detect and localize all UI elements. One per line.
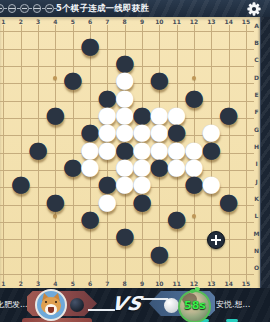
col-label-bottom-8: 8 (118, 280, 132, 287)
move-cursor-icon (207, 231, 225, 249)
col-label-top-5: 5 (66, 18, 80, 25)
col-label-top-9: 9 (135, 18, 149, 25)
black-stone-L11: ● (166, 207, 188, 229)
col-label-bottom-5: 5 (66, 280, 80, 287)
star-point (53, 214, 57, 218)
col-label-bottom-14: 14 (222, 280, 236, 287)
shiba-eye-icon (55, 301, 57, 303)
grid-line-horizontal (0, 257, 254, 258)
black-stone-chip (70, 298, 84, 312)
vs-right-line (141, 298, 168, 300)
col-label-bottom-9: 9 (135, 280, 149, 287)
black-stone-J2: ● (10, 172, 32, 194)
settings-gear-icon[interactable] (247, 2, 261, 16)
black-stone-B6: ● (79, 34, 101, 56)
col-label-top-7: 7 (100, 18, 114, 25)
col-label-top-13: 13 (204, 18, 218, 25)
star-point (53, 76, 57, 80)
counter-dash (4, 8, 7, 10)
grid-line-horizontal (0, 31, 254, 32)
black-stone-D10: ● (148, 68, 170, 90)
black-stone-H3: ● (27, 138, 49, 160)
counter-circle (33, 4, 42, 13)
players-bar: 化肥发... VS 58s 安悦.想... (0, 288, 270, 322)
turn-timer: 58s (180, 299, 210, 312)
left-player-avatar (35, 289, 67, 321)
header-bar: 5个棋子连成一线即获胜 (0, 0, 270, 17)
counter-dash (29, 8, 32, 10)
black-stone-K14: ● (218, 190, 240, 212)
move-counter-indicator (0, 4, 58, 13)
right-player-name: 安悦.想... (216, 299, 269, 310)
sprout-icon (190, 286, 199, 294)
col-label-top-10: 10 (152, 18, 166, 25)
counter-circle (45, 4, 54, 13)
col-label-bottom-15: 15 (239, 280, 253, 287)
black-stone-D5: ● (62, 68, 84, 90)
col-label-bottom-2: 2 (14, 280, 28, 287)
grid-line-horizontal (0, 205, 254, 206)
gomoku-app: 5个棋子连成一线即获胜 1122334455667788991010111112… (0, 0, 270, 322)
col-label-bottom-1: 1 (0, 280, 10, 287)
col-label-top-3: 3 (31, 18, 45, 25)
star-point (192, 76, 196, 80)
black-stone-L6: ● (79, 207, 101, 229)
counter-circle (20, 4, 29, 13)
left-player-name: 化肥发... (0, 299, 29, 310)
col-label-bottom-13: 13 (204, 280, 218, 287)
col-label-top-4: 4 (48, 18, 62, 25)
col-label-top-12: 12 (187, 18, 201, 25)
col-label-top-2: 2 (14, 18, 28, 25)
vs-label: VS (110, 292, 145, 314)
col-label-top-14: 14 (222, 18, 236, 25)
col-label-top-1: 1 (0, 18, 10, 25)
star-point (192, 214, 196, 218)
counter-circle (8, 4, 17, 13)
shiba-mouth-icon (48, 307, 54, 313)
counter-circle (0, 4, 4, 13)
grid-line-horizontal (0, 274, 254, 275)
col-label-top-8: 8 (118, 18, 132, 25)
gomoku-board[interactable]: 1122334455667788991010111112121313141415… (0, 17, 270, 288)
col-label-bottom-11: 11 (170, 280, 184, 287)
col-label-top-6: 6 (83, 18, 97, 25)
rule-text: 5个棋子连成一线即获胜 (56, 0, 149, 17)
col-label-bottom-4: 4 (48, 280, 62, 287)
col-label-bottom-3: 3 (31, 280, 45, 287)
col-label-bottom-6: 6 (83, 280, 97, 287)
black-stone-K4: ● (44, 190, 66, 212)
board-right-edge-band (260, 17, 270, 288)
white-stone-chip (164, 298, 179, 313)
black-stone-K9: ● (131, 190, 153, 212)
black-stone-N10: ● (148, 242, 170, 264)
shiba-eye-icon (45, 301, 47, 303)
board-grid-layer: 1122334455667788991010111112121313141415… (0, 17, 270, 288)
black-stone-M8: ● (114, 224, 136, 246)
col-label-top-11: 11 (170, 18, 184, 25)
col-label-bottom-7: 7 (100, 280, 114, 287)
col-label-bottom-10: 10 (152, 280, 166, 287)
black-stone-F4: ● (44, 103, 66, 125)
